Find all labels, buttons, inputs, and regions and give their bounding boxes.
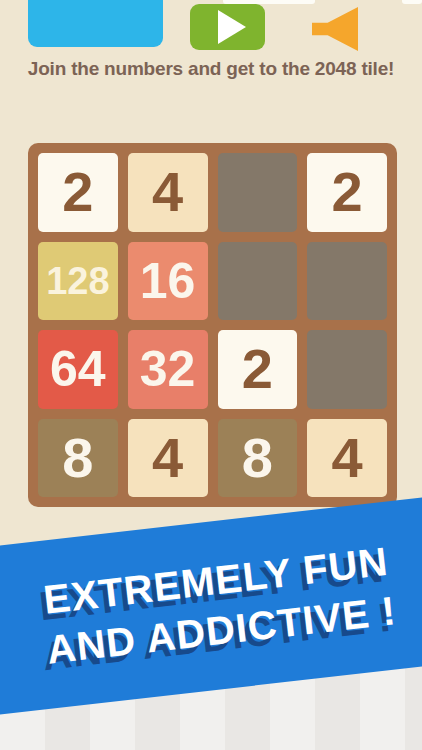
cell-r1c3 [218,153,298,232]
cell-r3c2: 32 [128,330,208,409]
score-panel [28,0,163,47]
play-triangle-icon [218,10,246,44]
cell-r3c1: 64 [38,330,118,409]
tagline: Join the numbers and get to the 2048 til… [0,58,422,80]
cell-r4c1: 8 [38,419,118,498]
cell-r3c4 [307,330,387,409]
cell-r2c4 [307,242,387,321]
cell-r2c1: 128 [38,242,118,321]
top-strip-right [402,0,422,4]
cell-r4c3: 8 [218,419,298,498]
cell-r4c2: 4 [128,419,208,498]
speaker-icon[interactable] [312,7,358,51]
cell-r3c3: 2 [218,330,298,409]
cell-r2c3 [218,242,298,321]
cell-r4c4: 4 [307,419,387,498]
board-2048[interactable]: 24212816643228484 [28,143,397,507]
cell-r2c2: 16 [128,242,208,321]
cell-r1c2: 4 [128,153,208,232]
cell-r1c4: 2 [307,153,387,232]
cell-r1c1: 2 [38,153,118,232]
play-button[interactable] [190,4,265,50]
screenshot-root: Join the numbers and get to the 2048 til… [0,0,422,750]
